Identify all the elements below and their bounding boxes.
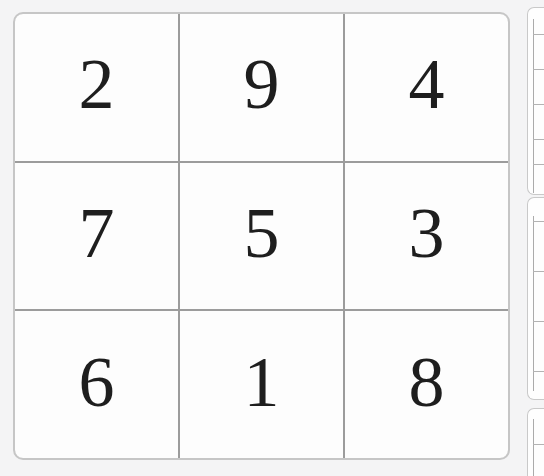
cell-r0c0: 2 xyxy=(15,14,178,161)
cell-r0c1: 9 xyxy=(180,14,343,161)
partial-thumbnail-card-1 xyxy=(527,7,544,195)
thumbnail-row-line xyxy=(533,104,544,105)
thumbnail-table-edge xyxy=(533,19,534,193)
thumbnail-table-edge xyxy=(533,419,534,476)
thumbnail-row-line xyxy=(533,271,544,272)
cell-r2c2: 8 xyxy=(345,311,508,458)
cell-r2c0: 6 xyxy=(15,311,178,458)
thumbnail-row-line xyxy=(533,371,544,372)
thumbnail-row-line xyxy=(533,139,544,140)
thumbnail-row-line xyxy=(533,221,544,222)
thumbnail-row-line xyxy=(533,69,544,70)
magic-square-board: 2 9 4 7 5 3 6 1 8 xyxy=(13,12,510,460)
cell-r1c2: 3 xyxy=(345,163,508,310)
thumbnail-row-line xyxy=(533,34,544,35)
thumbnail-table-edge xyxy=(533,216,534,391)
thumbnail-row-line xyxy=(533,444,544,445)
thumbnail-row-line xyxy=(533,164,544,165)
cell-r2c1: 1 xyxy=(180,311,343,458)
cell-r0c2: 4 xyxy=(345,14,508,161)
partial-thumbnail-card-2 xyxy=(527,197,544,400)
cell-r1c1: 5 xyxy=(180,163,343,310)
thumbnail-row-line xyxy=(533,321,544,322)
cell-r1c0: 7 xyxy=(15,163,178,310)
grid: 2 9 4 7 5 3 6 1 8 xyxy=(15,14,508,458)
partial-thumbnail-card-3 xyxy=(527,408,544,476)
